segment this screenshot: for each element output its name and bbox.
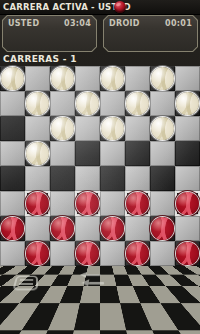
square-0-4[interactable] <box>100 66 125 91</box>
square-7-4 <box>100 241 125 266</box>
square-3-5[interactable] <box>125 141 150 166</box>
square-4-4[interactable] <box>100 166 125 191</box>
player-name: DROID <box>109 19 140 28</box>
square-6-4[interactable] <box>100 216 125 241</box>
checker-red[interactable] <box>26 192 49 215</box>
checker-red[interactable] <box>126 242 149 265</box>
checker-white[interactable] <box>151 67 174 90</box>
square-0-5 <box>125 66 150 91</box>
undo-icon <box>78 279 104 287</box>
player-panel-usted: USTED 03:04 <box>2 15 97 52</box>
square-0-6[interactable] <box>150 66 175 91</box>
square-5-5[interactable] <box>125 191 150 216</box>
player-clock: 00:01 <box>165 19 192 28</box>
checker-red[interactable] <box>1 217 24 240</box>
square-1-7[interactable] <box>175 91 200 116</box>
square-0-3 <box>75 66 100 91</box>
square-5-7[interactable] <box>175 191 200 216</box>
square-6-2[interactable] <box>50 216 75 241</box>
square-0-1 <box>25 66 50 91</box>
red-checker-icon <box>114 1 126 13</box>
menu-button[interactable] <box>11 276 40 295</box>
player-panel-droid: DROID 00:01 <box>103 15 198 52</box>
checker-red[interactable] <box>76 192 99 215</box>
checker-red[interactable] <box>51 217 74 240</box>
square-1-5[interactable] <box>125 91 150 116</box>
checker-red[interactable] <box>176 192 199 215</box>
square-7-0 <box>0 241 25 266</box>
square-3-2 <box>50 141 75 166</box>
square-7-1[interactable] <box>25 241 50 266</box>
square-0-7 <box>175 66 200 91</box>
square-2-2[interactable] <box>50 116 75 141</box>
square-0-0[interactable] <box>0 66 25 91</box>
square-5-2 <box>50 191 75 216</box>
square-5-6 <box>150 191 175 216</box>
player-name: USTED <box>8 19 39 28</box>
square-3-1[interactable] <box>25 141 50 166</box>
square-1-0 <box>0 91 25 116</box>
square-7-6 <box>150 241 175 266</box>
square-6-0[interactable] <box>0 216 25 241</box>
checker-white[interactable] <box>51 67 74 90</box>
square-1-2 <box>50 91 75 116</box>
square-6-5 <box>125 216 150 241</box>
square-1-1[interactable] <box>25 91 50 116</box>
page-title: CARRERA ACTIVA - USTED <box>3 2 131 12</box>
square-5-3[interactable] <box>75 191 100 216</box>
checker-white[interactable] <box>76 92 99 115</box>
square-7-2 <box>50 241 75 266</box>
square-1-3[interactable] <box>75 91 100 116</box>
checker-red[interactable] <box>126 192 149 215</box>
square-3-0 <box>0 141 25 166</box>
square-4-5 <box>125 166 150 191</box>
square-4-1 <box>25 166 50 191</box>
square-0-2[interactable] <box>50 66 75 91</box>
square-6-1 <box>25 216 50 241</box>
square-7-7[interactable] <box>175 241 200 266</box>
checker-white[interactable] <box>101 67 124 90</box>
square-2-0[interactable] <box>0 116 25 141</box>
checker-red[interactable] <box>26 242 49 265</box>
undo-button[interactable] <box>72 272 111 293</box>
undo-icon <box>77 272 100 279</box>
square-5-4 <box>100 191 125 216</box>
square-2-6[interactable] <box>150 116 175 141</box>
races-count-label: CARRERAS - 1 <box>3 54 77 64</box>
square-2-3 <box>75 116 100 141</box>
checker-red[interactable] <box>101 217 124 240</box>
square-4-7 <box>175 166 200 191</box>
square-7-3[interactable] <box>75 241 100 266</box>
square-4-2[interactable] <box>50 166 75 191</box>
square-4-0[interactable] <box>0 166 25 191</box>
square-3-7[interactable] <box>175 141 200 166</box>
square-4-3 <box>75 166 100 191</box>
checker-white[interactable] <box>26 142 49 165</box>
square-2-4[interactable] <box>100 116 125 141</box>
checker-white[interactable] <box>176 92 199 115</box>
player-clock: 03:04 <box>64 19 91 28</box>
checker-red[interactable] <box>176 242 199 265</box>
square-6-7 <box>175 216 200 241</box>
square-3-3[interactable] <box>75 141 100 166</box>
perspective-floor <box>0 266 200 334</box>
checker-white[interactable] <box>151 117 174 140</box>
square-3-6 <box>150 141 175 166</box>
square-5-1[interactable] <box>25 191 50 216</box>
square-4-6[interactable] <box>150 166 175 191</box>
checker-red[interactable] <box>151 217 174 240</box>
menu-icon <box>12 276 38 291</box>
square-6-3 <box>75 216 100 241</box>
checker-red[interactable] <box>76 242 99 265</box>
checker-white[interactable] <box>1 67 24 90</box>
checker-white[interactable] <box>51 117 74 140</box>
square-1-4 <box>100 91 125 116</box>
square-3-4 <box>100 141 125 166</box>
square-2-7 <box>175 116 200 141</box>
checkers-board <box>0 66 200 266</box>
checkers-app: CARRERA ACTIVA - USTED USTED 03:04 DROID… <box>0 0 200 334</box>
square-2-5 <box>125 116 150 141</box>
title-bar: CARRERA ACTIVA - USTED <box>0 0 200 15</box>
square-6-6[interactable] <box>150 216 175 241</box>
square-1-6 <box>150 91 175 116</box>
checker-white[interactable] <box>126 92 149 115</box>
square-5-0 <box>0 191 25 216</box>
checker-white[interactable] <box>101 117 124 140</box>
checker-white[interactable] <box>26 92 49 115</box>
square-2-1 <box>25 116 50 141</box>
square-7-5[interactable] <box>125 241 150 266</box>
